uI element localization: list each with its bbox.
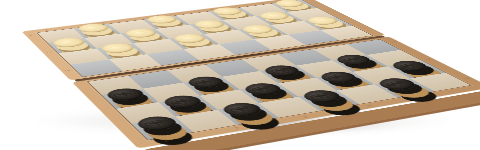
checker-light[interactable]: ⛀ (122, 28, 161, 39)
checker-dark[interactable]: ⛂ (160, 94, 207, 110)
product-photo-stage: 1 2 3 4 5 6 7 8 1 2 3 4 ⛀⛀⛀⛀⛀⛀⛀⛀⛀⛀⛀⛀ ⛂⛂⛂… (0, 0, 480, 150)
scene: 1 2 3 4 5 6 7 8 1 2 3 4 ⛀⛀⛀⛀⛀⛀⛀⛀⛀⛀⛀⛀ ⛂⛂⛂… (0, 0, 480, 150)
checker-light[interactable]: ⛀ (271, 0, 308, 8)
checker-light[interactable]: ⛀ (303, 15, 342, 26)
checkers-board: 1 2 3 4 5 6 7 8 1 2 3 4 ⛀⛀⛀⛀⛀⛀⛀⛀⛀⛀⛀⛀ ⛂⛂⛂… (22, 0, 480, 150)
checker-light[interactable]: ⛀ (98, 42, 138, 54)
checker-light[interactable]: ⛀ (49, 37, 88, 49)
checker-light[interactable]: ⛀ (75, 23, 112, 34)
checker-light[interactable]: ⛀ (143, 14, 180, 25)
checker-dark[interactable]: ⛂ (103, 87, 148, 103)
